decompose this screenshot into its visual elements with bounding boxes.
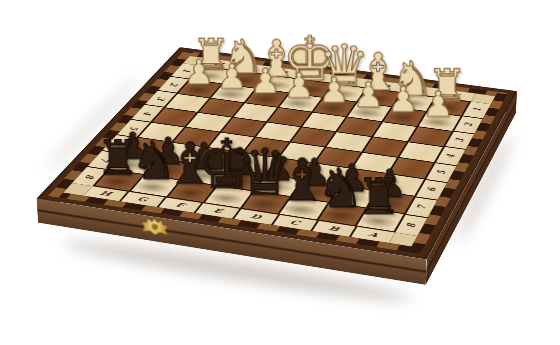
piece-white-pawn[interactable]: ♟ — [423, 87, 455, 122]
chess-board: HGFEDCBA HGFEDCBA 12345678 12345678 ♜♞♝♚… — [37, 47, 517, 259]
piece-white-pawn[interactable]: ♟ — [353, 78, 384, 113]
piece-white-pawn[interactable]: ♟ — [284, 69, 315, 104]
chess-set-photo: HGFEDCBA HGFEDCBA 12345678 12345678 ♜♞♝♚… — [0, 0, 560, 345]
piece-black-rook[interactable]: ♜ — [357, 171, 402, 221]
piece-white-pawn[interactable]: ♟ — [387, 82, 418, 117]
cell-a8: ♜ — [357, 208, 404, 231]
brass-clasp-icon[interactable] — [141, 217, 168, 237]
cell-d3 — [303, 112, 346, 131]
piece-white-pawn[interactable]: ♟ — [318, 73, 349, 108]
